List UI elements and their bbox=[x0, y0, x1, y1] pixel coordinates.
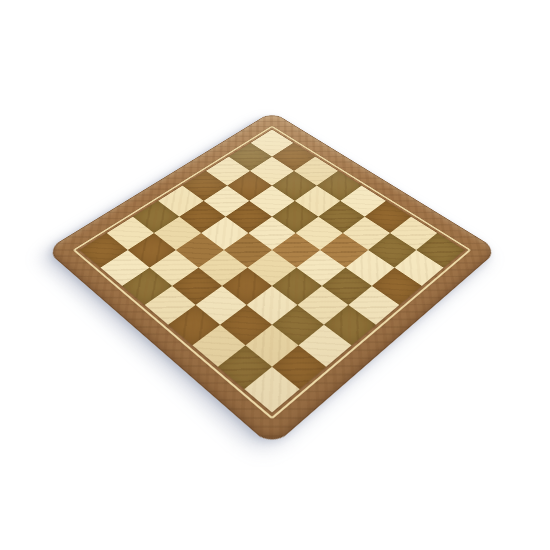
board-top-face bbox=[46, 111, 499, 447]
chess-board bbox=[46, 111, 499, 447]
board-playing-area bbox=[80, 130, 465, 413]
photo-background bbox=[0, 0, 550, 550]
